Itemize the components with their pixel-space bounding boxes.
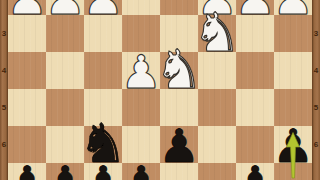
piece-black-pawn-e7[interactable]: ♟ — [120, 160, 161, 180]
square-b7[interactable]: ♟ — [236, 163, 274, 180]
square-h4[interactable] — [8, 52, 46, 89]
rank-label-3-left: 3 — [0, 30, 8, 38]
square-b3[interactable] — [236, 15, 274, 52]
board-border-right — [312, 0, 320, 180]
square-g4[interactable] — [46, 52, 84, 89]
square-c5[interactable] — [198, 89, 236, 126]
piece-black-pawn-b7[interactable]: ♟ — [234, 160, 275, 180]
square-b2[interactable]: ♟ — [236, 0, 274, 15]
square-a3[interactable] — [274, 15, 312, 52]
chess-board-screenshot: ♜♝♚♛♝♜♟♟♟♟♟♟♞♟♞♞♟♟♟♟♟♟♟♜♝♚♛♝♞♜ 33445566 — [0, 0, 320, 180]
square-e7[interactable]: ♟ — [122, 163, 160, 180]
square-f2[interactable]: ♟ — [84, 0, 122, 15]
square-f7[interactable]: ♟ — [84, 163, 122, 180]
rank-label-3-right: 3 — [312, 30, 320, 38]
square-b4[interactable] — [236, 52, 274, 89]
square-h3[interactable] — [8, 15, 46, 52]
square-f3[interactable] — [84, 15, 122, 52]
piece-black-pawn-h7[interactable]: ♟ — [6, 160, 47, 180]
square-c4[interactable] — [198, 52, 236, 89]
square-a2[interactable]: ♟ — [274, 0, 312, 15]
rank-label-5-right: 5 — [312, 104, 320, 112]
square-a6[interactable]: ♟ — [274, 126, 312, 163]
piece-black-pawn-g7[interactable]: ♟ — [44, 160, 85, 180]
square-c6[interactable] — [198, 126, 236, 163]
square-b5[interactable] — [236, 89, 274, 126]
square-c7[interactable] — [198, 163, 236, 180]
square-a4[interactable] — [274, 52, 312, 89]
square-d6[interactable]: ♟ — [160, 126, 198, 163]
square-h2[interactable]: ♟ — [8, 0, 46, 15]
square-f4[interactable] — [84, 52, 122, 89]
square-h7[interactable]: ♟ — [8, 163, 46, 180]
rank-label-6-right: 6 — [312, 141, 320, 149]
square-c3[interactable]: ♞ — [198, 15, 236, 52]
square-e2[interactable] — [122, 0, 160, 15]
square-a7[interactable] — [274, 163, 312, 180]
rank-label-4-right: 4 — [312, 67, 320, 75]
rank-label-4-left: 4 — [0, 67, 8, 75]
rank-label-6-left: 6 — [0, 141, 8, 149]
square-g3[interactable] — [46, 15, 84, 52]
chess-board: ♜♝♚♛♝♜♟♟♟♟♟♟♞♟♞♞♟♟♟♟♟♟♟♜♝♚♛♝♞♜ — [8, 0, 312, 180]
square-h5[interactable] — [8, 89, 46, 126]
square-g7[interactable]: ♟ — [46, 163, 84, 180]
board-border-left — [0, 0, 8, 180]
square-e5[interactable] — [122, 89, 160, 126]
piece-black-pawn-f7[interactable]: ♟ — [82, 160, 123, 180]
rank-label-5-left: 5 — [0, 104, 8, 112]
square-g2[interactable]: ♟ — [46, 0, 84, 15]
square-d7[interactable] — [160, 163, 198, 180]
square-d4[interactable]: ♞ — [160, 52, 198, 89]
